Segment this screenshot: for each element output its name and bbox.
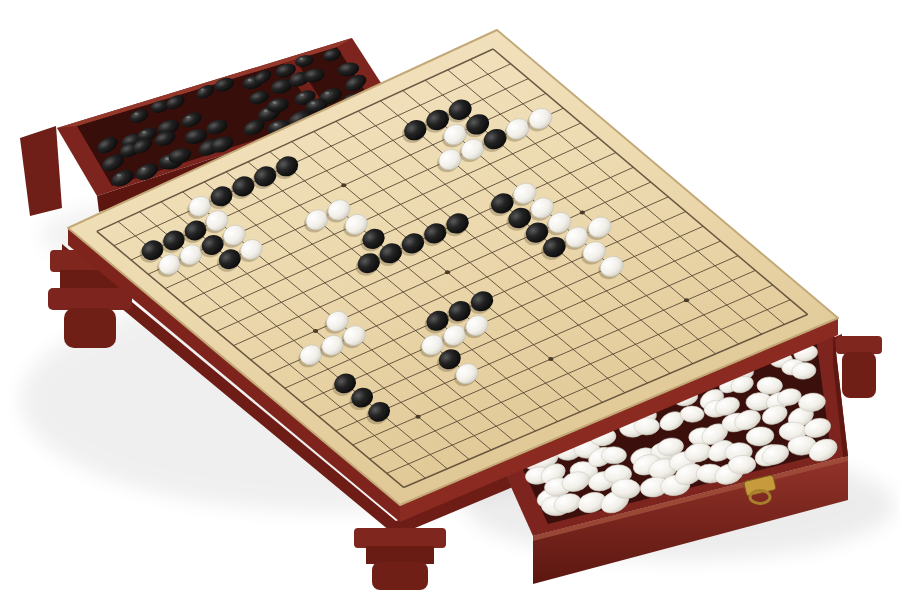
star-point: [445, 270, 450, 274]
star-point: [548, 357, 553, 361]
drawer-white-stone: [757, 377, 783, 395]
right-foot-molding: [836, 336, 882, 354]
go-table-photo: [0, 0, 900, 600]
front-foot-molding: [354, 528, 446, 548]
star-point: [415, 415, 420, 419]
star-point: [341, 183, 346, 187]
goban-scene: [0, 0, 900, 600]
star-point: [580, 211, 585, 215]
drawer-white-stone: [601, 447, 626, 464]
tray-left-post: [20, 126, 62, 216]
star-point: [313, 329, 318, 333]
star-point: [684, 298, 689, 302]
